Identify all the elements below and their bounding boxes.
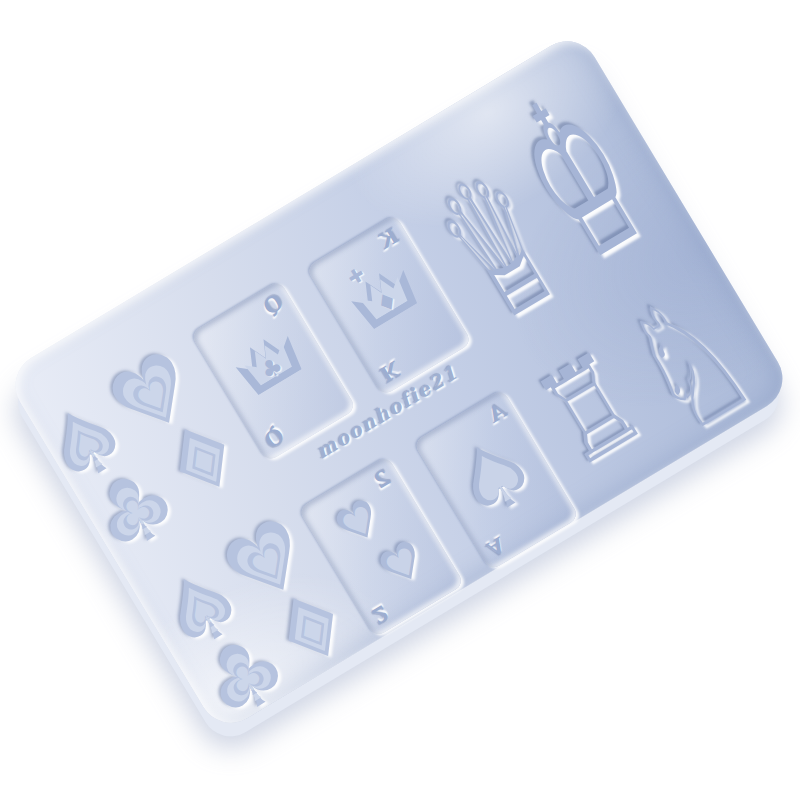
card-rank-bottom-left: K xyxy=(376,358,402,385)
card-rank-top-right: 2 xyxy=(371,466,394,492)
card-rank-top-right: Q xyxy=(260,291,286,318)
card-rank-bottom-left: 2 xyxy=(369,602,392,628)
card-rank-bottom-left: Q xyxy=(261,424,287,451)
photo-stage: moonhofie21 ♠♠♠♠♥♥♥♥♣♣♣♣♦♦♦♦♠♠♠♠♥♥♥♥♣♣♣♣… xyxy=(0,0,800,800)
silicone-mold: moonhofie21 ♠♠♠♠♥♥♥♥♣♣♣♣♦♦♦♦♠♠♠♠♥♥♥♥♣♣♣♣… xyxy=(4,29,795,734)
crown-motif: ✚♦ xyxy=(341,255,425,335)
card-rank-top-right: K xyxy=(375,225,401,252)
crown-motif: ♣ xyxy=(225,321,309,401)
cross-icon: ✚ xyxy=(345,264,368,288)
